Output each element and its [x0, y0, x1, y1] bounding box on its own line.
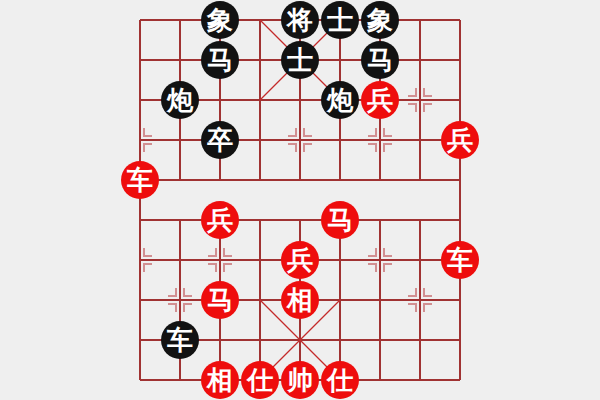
piece-glyph: 车 — [167, 327, 193, 353]
piece-red-soldier[interactable]: 兵 — [361, 81, 399, 119]
piece-black-cannon[interactable]: 炮 — [321, 81, 359, 119]
piece-black-advisor[interactable]: 士 — [281, 41, 319, 79]
piece-glyph: 兵 — [207, 207, 233, 233]
piece-glyph: 炮 — [327, 87, 353, 113]
piece-red-general[interactable]: 帅 — [281, 361, 319, 399]
piece-glyph: 炮 — [167, 87, 193, 113]
piece-black-general[interactable]: 将 — [281, 1, 319, 39]
piece-red-horse[interactable]: 马 — [321, 201, 359, 239]
piece-glyph: 仕 — [327, 367, 353, 393]
piece-red-horse[interactable]: 马 — [201, 281, 239, 319]
piece-glyph: 兵 — [287, 247, 313, 273]
piece-glyph: 士 — [327, 7, 353, 33]
piece-glyph: 兵 — [367, 87, 393, 113]
piece-glyph: 马 — [327, 207, 353, 233]
piece-glyph: 将 — [287, 7, 313, 33]
piece-red-chariot[interactable]: 车 — [121, 161, 159, 199]
piece-glyph: 象 — [367, 7, 393, 33]
piece-red-advisor[interactable]: 仕 — [241, 361, 279, 399]
piece-glyph: 卒 — [207, 127, 233, 153]
piece-layer: 象将士象马士马炮炮兵卒兵车兵马兵车马相车相仕帅仕 — [120, 0, 480, 400]
piece-glyph: 马 — [207, 47, 233, 73]
piece-red-advisor[interactable]: 仕 — [321, 361, 359, 399]
piece-black-horse[interactable]: 马 — [361, 41, 399, 79]
piece-glyph: 相 — [287, 287, 313, 313]
piece-glyph: 车 — [127, 167, 153, 193]
piece-black-cannon[interactable]: 炮 — [161, 81, 199, 119]
piece-red-elephant[interactable]: 相 — [281, 281, 319, 319]
piece-red-soldier[interactable]: 兵 — [441, 121, 479, 159]
piece-black-advisor[interactable]: 士 — [321, 1, 359, 39]
piece-red-chariot[interactable]: 车 — [441, 241, 479, 279]
piece-glyph: 车 — [447, 247, 473, 273]
piece-glyph: 相 — [207, 367, 233, 393]
xiangqi-board: 象将士象马士马炮炮兵卒兵车兵马兵车马相车相仕帅仕 — [0, 0, 600, 400]
piece-glyph: 象 — [207, 7, 233, 33]
piece-glyph: 士 — [287, 47, 313, 73]
piece-red-elephant[interactable]: 相 — [201, 361, 239, 399]
piece-red-soldier[interactable]: 兵 — [281, 241, 319, 279]
piece-black-horse[interactable]: 马 — [201, 41, 239, 79]
piece-glyph: 帅 — [287, 367, 313, 393]
piece-glyph: 兵 — [447, 127, 473, 153]
piece-black-elephant[interactable]: 象 — [361, 1, 399, 39]
piece-glyph: 马 — [207, 287, 233, 313]
piece-black-soldier[interactable]: 卒 — [201, 121, 239, 159]
piece-black-chariot[interactable]: 车 — [161, 321, 199, 359]
piece-glyph: 仕 — [247, 367, 273, 393]
piece-black-elephant[interactable]: 象 — [201, 1, 239, 39]
piece-red-soldier[interactable]: 兵 — [201, 201, 239, 239]
piece-glyph: 马 — [367, 47, 393, 73]
